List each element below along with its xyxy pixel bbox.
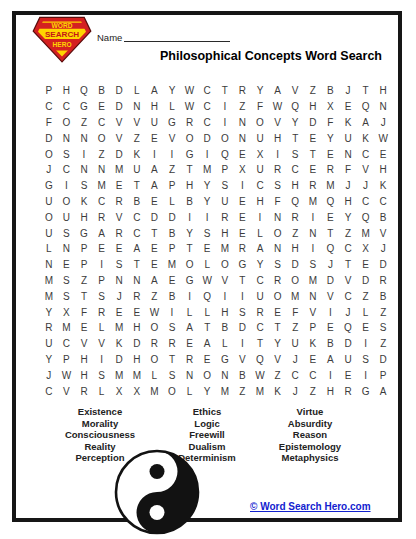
grid-cell: K: [128, 146, 146, 162]
grid-cell: X: [251, 146, 269, 162]
grid-cell: L: [146, 367, 164, 383]
grid-cell: E: [146, 194, 164, 210]
grid-cell: T: [198, 320, 216, 336]
grid-cell: C: [58, 99, 76, 115]
grid-cell: T: [128, 257, 146, 273]
grid-cell: P: [75, 257, 93, 273]
grid-cell: F: [322, 115, 340, 131]
grid-cell: I: [357, 336, 375, 352]
grid-cell: C: [304, 367, 322, 383]
grid-cell: P: [58, 352, 76, 368]
grid-cell: V: [234, 352, 252, 368]
grid-cell: U: [40, 194, 58, 210]
word-search-hero-credit-link[interactable]: © Word Search Hero.com: [250, 501, 371, 512]
grid-cell: T: [339, 257, 357, 273]
grid-cell: Z: [75, 273, 93, 289]
grid-cell: S: [216, 178, 234, 194]
grid-cell: R: [146, 336, 164, 352]
word-list-item: Virtue: [262, 406, 358, 418]
grid-cell: H: [269, 130, 287, 146]
grid-cell: S: [286, 146, 304, 162]
grid-cell: T: [181, 162, 199, 178]
word-search-grid: PHQBDLAYWCTRYAVZBJTHCCGEDNHLWCIZFWQHXEQN…: [40, 83, 392, 399]
grid-cell: L: [198, 304, 216, 320]
grid-cell: Y: [286, 115, 304, 131]
grid-cell: O: [40, 209, 58, 225]
grid-cell: T: [234, 273, 252, 289]
worksheet-page: WORD SEARCH HERO Name Philosophical Conc…: [0, 0, 416, 539]
grid-cell: E: [234, 225, 252, 241]
word-search-hero-logo: WORD SEARCH HERO: [32, 15, 92, 63]
grid-cell: S: [304, 257, 322, 273]
grid-cell: Y: [40, 304, 58, 320]
grid-cell: C: [339, 241, 357, 257]
grid-cell: E: [322, 320, 340, 336]
word-list-column-3: VirtueAbsurdityReasonEpistemologyMetaphy…: [262, 406, 358, 464]
grid-cell: S: [163, 320, 181, 336]
grid-cell: O: [286, 273, 304, 289]
grid-cell: L: [216, 336, 234, 352]
grid-cell: B: [322, 336, 340, 352]
grid-cell: S: [269, 257, 287, 273]
grid-cell: C: [374, 194, 392, 210]
grid-cell: J: [357, 178, 375, 194]
grid-cell: B: [374, 209, 392, 225]
grid-cell: M: [93, 178, 111, 194]
grid-cell: O: [93, 130, 111, 146]
grid-cell: Q: [339, 320, 357, 336]
grid-cell: I: [58, 178, 76, 194]
grid-cell: O: [40, 146, 58, 162]
grid-cell: J: [286, 352, 304, 368]
grid-cell: M: [110, 367, 128, 383]
grid-cell: V: [304, 304, 322, 320]
logo-word-text: WORD: [52, 22, 73, 29]
grid-cell: S: [269, 178, 287, 194]
grid-cell: R: [234, 83, 252, 99]
grid-cell: J: [374, 115, 392, 131]
grid-cell: H: [339, 194, 357, 210]
grid-cell: P: [163, 178, 181, 194]
grid-cell: E: [75, 320, 93, 336]
grid-cell: S: [93, 367, 111, 383]
grid-cell: H: [75, 367, 93, 383]
grid-cell: M: [110, 320, 128, 336]
grid-cell: E: [234, 209, 252, 225]
grid-cell: D: [374, 257, 392, 273]
grid-cell: C: [286, 162, 304, 178]
word-list-item: Morality: [52, 418, 148, 430]
grid-cell: R: [339, 383, 357, 399]
grid-cell: M: [163, 257, 181, 273]
grid-cell: C: [198, 115, 216, 131]
grid-cell: R: [110, 194, 128, 210]
grid-cell: I: [93, 352, 111, 368]
grid-cell: Q: [286, 194, 304, 210]
grid-cell: Q: [357, 209, 375, 225]
grid-cell: D: [198, 130, 216, 146]
grid-cell: Q: [357, 99, 375, 115]
grid-cell: A: [146, 162, 164, 178]
grid-cell: Q: [322, 241, 340, 257]
grid-cell: S: [198, 225, 216, 241]
grid-cell: D: [110, 146, 128, 162]
grid-cell: J: [322, 257, 340, 273]
grid-cell: I: [304, 241, 322, 257]
grid-cell: K: [75, 194, 93, 210]
grid-cell: H: [286, 178, 304, 194]
grid-cell: J: [339, 178, 357, 194]
grid-cell: D: [40, 130, 58, 146]
grid-cell: M: [304, 194, 322, 210]
grid-cell: Q: [75, 83, 93, 99]
grid-cell: E: [128, 304, 146, 320]
grid-cell: Q: [286, 99, 304, 115]
grid-cell: X: [110, 383, 128, 399]
grid-cell: C: [128, 209, 146, 225]
grid-cell: X: [357, 241, 375, 257]
grid-cell: P: [93, 273, 111, 289]
grid-cell: B: [216, 320, 234, 336]
grid-cell: U: [251, 162, 269, 178]
grid-cell: C: [251, 320, 269, 336]
grid-cell: H: [58, 83, 76, 99]
grid-cell: D: [339, 336, 357, 352]
grid-cell: Y: [198, 178, 216, 194]
grid-cell: Y: [198, 383, 216, 399]
grid-cell: A: [357, 115, 375, 131]
grid-cell: Q: [251, 352, 269, 368]
grid-cell: M: [110, 162, 128, 178]
grid-cell: Z: [163, 162, 181, 178]
grid-cell: L: [198, 257, 216, 273]
grid-cell: F: [40, 115, 58, 131]
grid-cell: E: [93, 99, 111, 115]
grid-cell: C: [357, 146, 375, 162]
grid-cell: A: [251, 241, 269, 257]
grid-cell: V: [110, 130, 128, 146]
grid-cell: F: [339, 162, 357, 178]
grid-cell: Q: [216, 146, 234, 162]
grid-cell: K: [374, 178, 392, 194]
grid-cell: M: [322, 178, 340, 194]
grid-cell: M: [128, 367, 146, 383]
grid-cell: M: [304, 273, 322, 289]
grid-cell: V: [322, 288, 340, 304]
grid-cell: M: [216, 241, 234, 257]
grid-cell: U: [40, 225, 58, 241]
grid-cell: E: [198, 241, 216, 257]
grid-cell: H: [374, 162, 392, 178]
grid-cell: I: [251, 209, 269, 225]
grid-cell: U: [146, 115, 164, 131]
grid-cell: W: [181, 83, 199, 99]
grid-cell: K: [269, 383, 287, 399]
grid-cell: H: [128, 352, 146, 368]
grid-cell: G: [163, 115, 181, 131]
grid-cell: M: [286, 288, 304, 304]
grid-cell: W: [251, 367, 269, 383]
grid-cell: E: [357, 320, 375, 336]
grid-cell: N: [40, 257, 58, 273]
grid-cell: S: [110, 257, 128, 273]
grid-cell: D: [286, 257, 304, 273]
grid-cell: J: [110, 288, 128, 304]
grid-cell: N: [374, 99, 392, 115]
grid-cell: Y: [322, 130, 340, 146]
grid-cell: R: [269, 162, 287, 178]
grid-cell: U: [128, 162, 146, 178]
grid-cell: I: [322, 367, 340, 383]
grid-cell: A: [269, 83, 287, 99]
grid-cell: L: [128, 83, 146, 99]
grid-cell: R: [304, 178, 322, 194]
word-list-item: Ethics: [159, 406, 255, 418]
yin-yang-icon: [113, 448, 201, 536]
grid-cell: Q: [322, 194, 340, 210]
grid-cell: E: [110, 241, 128, 257]
grid-cell: E: [146, 257, 164, 273]
grid-cell: H: [216, 225, 234, 241]
grid-cell: D: [304, 115, 322, 131]
grid-cell: Z: [234, 99, 252, 115]
grid-cell: R: [181, 115, 199, 131]
grid-cell: V: [128, 115, 146, 131]
grid-cell: N: [269, 241, 287, 257]
grid-cell: I: [163, 146, 181, 162]
grid-cell: R: [216, 209, 234, 225]
grid-cell: E: [374, 146, 392, 162]
grid-cell: J: [40, 162, 58, 178]
grid-cell: G: [181, 273, 199, 289]
grid-cell: Z: [339, 225, 357, 241]
grid-cell: H: [216, 304, 234, 320]
grid-cell: E: [322, 146, 340, 162]
grid-cell: E: [234, 194, 252, 210]
grid-cell: N: [216, 367, 234, 383]
grid-cell: I: [181, 288, 199, 304]
grid-cell: M: [58, 320, 76, 336]
grid-cell: N: [110, 273, 128, 289]
grid-cell: O: [146, 320, 164, 336]
grid-cell: H: [374, 83, 392, 99]
word-list-item: Epistemology: [262, 441, 358, 453]
grid-cell: U: [339, 352, 357, 368]
grid-cell: Z: [75, 115, 93, 131]
grid-cell: O: [216, 257, 234, 273]
grid-cell: P: [163, 241, 181, 257]
grid-cell: T: [128, 178, 146, 194]
grid-cell: J: [339, 304, 357, 320]
grid-cell: X: [128, 383, 146, 399]
grid-cell: N: [181, 367, 199, 383]
grid-cell: F: [269, 194, 287, 210]
grid-cell: R: [93, 304, 111, 320]
grid-cell: W: [269, 99, 287, 115]
grid-cell: J: [374, 241, 392, 257]
grid-cell: F: [286, 304, 304, 320]
grid-cell: D: [234, 320, 252, 336]
grid-cell: M: [40, 288, 58, 304]
grid-cell: J: [339, 83, 357, 99]
grid-cell: Y: [163, 83, 181, 99]
grid-cell: E: [146, 130, 164, 146]
grid-cell: B: [181, 194, 199, 210]
grid-cell: Z: [374, 304, 392, 320]
grid-cell: T: [146, 225, 164, 241]
grid-cell: D: [357, 273, 375, 289]
grid-cell: R: [75, 383, 93, 399]
grid-cell: D: [110, 99, 128, 115]
grid-cell: Z: [304, 383, 322, 399]
grid-cell: Z: [357, 288, 375, 304]
grid-cell: R: [374, 273, 392, 289]
word-list-item: Consciousness: [52, 429, 148, 441]
grid-cell: Z: [304, 83, 322, 99]
grid-cell: I: [234, 178, 252, 194]
grid-cell: S: [58, 273, 76, 289]
grid-cell: F: [251, 99, 269, 115]
grid-cell: L: [181, 383, 199, 399]
grid-cell: N: [304, 288, 322, 304]
grid-cell: N: [128, 273, 146, 289]
grid-cell: E: [269, 304, 287, 320]
grid-cell: R: [286, 209, 304, 225]
grid-cell: C: [286, 367, 304, 383]
grid-cell: E: [181, 336, 199, 352]
grid-cell: D: [110, 83, 128, 99]
grid-cell: O: [58, 194, 76, 210]
grid-cell: O: [198, 367, 216, 383]
grid-cell: H: [251, 194, 269, 210]
grid-cell: B: [234, 367, 252, 383]
grid-cell: O: [163, 383, 181, 399]
grid-cell: C: [198, 99, 216, 115]
grid-cell: V: [163, 130, 181, 146]
grid-cell: R: [128, 288, 146, 304]
grid-cell: B: [93, 83, 111, 99]
grid-cell: A: [198, 336, 216, 352]
grid-cell: I: [269, 146, 287, 162]
grid-cell: W: [374, 130, 392, 146]
grid-cell: U: [251, 288, 269, 304]
grid-cell: E: [93, 241, 111, 257]
grid-cell: Z: [269, 367, 287, 383]
grid-cell: C: [40, 383, 58, 399]
grid-cell: L: [93, 383, 111, 399]
grid-cell: S: [374, 320, 392, 336]
grid-cell: O: [269, 225, 287, 241]
grid-cell: B: [128, 194, 146, 210]
grid-cell: C: [40, 99, 58, 115]
grid-cell: Y: [198, 194, 216, 210]
grid-cell: W: [58, 367, 76, 383]
grid-cell: H: [304, 99, 322, 115]
grid-cell: A: [146, 178, 164, 194]
grid-cell: R: [93, 209, 111, 225]
grid-cell: I: [304, 209, 322, 225]
grid-cell: V: [216, 273, 234, 289]
grid-cell: C: [251, 273, 269, 289]
word-list-item: Metaphysics: [262, 452, 358, 464]
grid-cell: O: [58, 115, 76, 131]
grid-cell: V: [339, 273, 357, 289]
word-list-item: Logic: [159, 418, 255, 430]
word-list-item: Existence: [52, 406, 148, 418]
grid-cell: D: [163, 209, 181, 225]
grid-cell: Y: [269, 336, 287, 352]
grid-cell: I: [198, 209, 216, 225]
grid-cell: E: [357, 257, 375, 273]
grid-cell: V: [93, 336, 111, 352]
grid-cell: E: [234, 146, 252, 162]
grid-cell: C: [251, 178, 269, 194]
grid-cell: M: [357, 225, 375, 241]
grid-cell: D: [128, 336, 146, 352]
grid-cell: I: [322, 304, 340, 320]
grid-cell: K: [357, 130, 375, 146]
grid-cell: G: [75, 99, 93, 115]
grid-cell: C: [93, 115, 111, 131]
grid-cell: G: [357, 383, 375, 399]
grid-cell: C: [58, 162, 76, 178]
grid-cell: C: [128, 225, 146, 241]
grid-cell: B: [374, 288, 392, 304]
grid-cell: N: [58, 241, 76, 257]
grid-cell: K: [304, 336, 322, 352]
grid-cell: E: [322, 209, 340, 225]
grid-cell: Z: [93, 146, 111, 162]
grid-cell: O: [181, 257, 199, 273]
grid-cell: N: [128, 99, 146, 115]
grid-cell: E: [110, 304, 128, 320]
grid-cell: A: [146, 273, 164, 289]
grid-cell: N: [234, 115, 252, 131]
grid-cell: R: [163, 336, 181, 352]
grid-cell: C: [93, 194, 111, 210]
grid-cell: I: [216, 115, 234, 131]
grid-cell: A: [181, 320, 199, 336]
grid-cell: M: [216, 383, 234, 399]
grid-cell: E: [304, 162, 322, 178]
grid-cell: Q: [198, 288, 216, 304]
grid-cell: B: [163, 288, 181, 304]
grid-cell: L: [181, 304, 199, 320]
grid-cell: I: [146, 146, 164, 162]
grid-cell: H: [322, 383, 340, 399]
grid-cell: G: [75, 225, 93, 241]
grid-cell: I: [93, 257, 111, 273]
grid-cell: V: [110, 209, 128, 225]
grid-cell: K: [339, 115, 357, 131]
grid-cell: O: [251, 115, 269, 131]
grid-cell: T: [75, 288, 93, 304]
grid-cell: W: [181, 99, 199, 115]
grid-cell: Z: [146, 288, 164, 304]
grid-cell: X: [58, 304, 76, 320]
grid-cell: E: [339, 367, 357, 383]
name-blank-line: [124, 30, 230, 42]
grid-cell: N: [234, 130, 252, 146]
word-list-item: Absurdity: [262, 418, 358, 430]
grid-cell: S: [357, 352, 375, 368]
grid-cell: V: [374, 225, 392, 241]
grid-cell: N: [304, 225, 322, 241]
grid-cell: Y: [181, 225, 199, 241]
grid-cell: D: [110, 352, 128, 368]
grid-cell: S: [93, 288, 111, 304]
grid-cell: I: [75, 146, 93, 162]
